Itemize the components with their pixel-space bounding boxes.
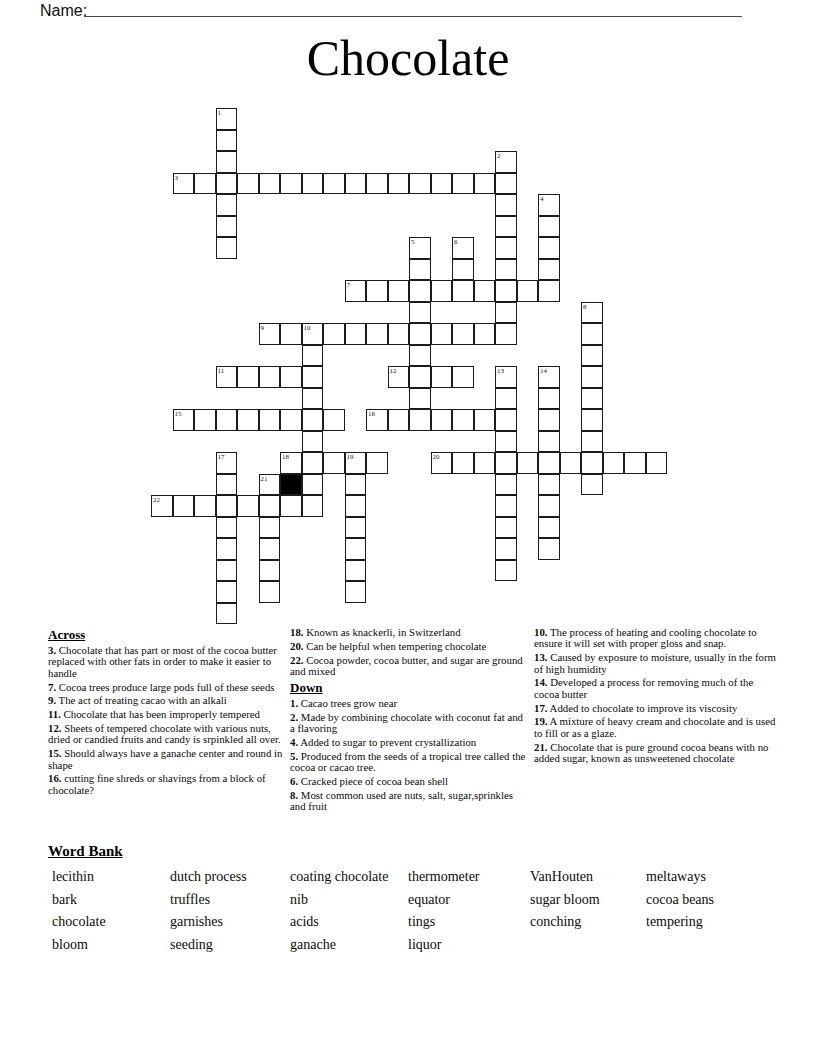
- clue-number-label: 14.: [534, 676, 548, 688]
- grid-cell[interactable]: [409, 259, 431, 281]
- grid-cell[interactable]: [345, 538, 367, 560]
- word-bank-item: tings: [408, 914, 530, 930]
- clue-number: 9: [261, 324, 265, 332]
- grid-cell[interactable]: [194, 495, 216, 517]
- clue: 14. Developed a process for removing muc…: [534, 677, 779, 700]
- clue-number-label: 12.: [48, 722, 62, 734]
- clue: 4. Added to sugar to prevent crystalliza…: [290, 737, 530, 748]
- grid-cell[interactable]: [495, 560, 517, 582]
- grid-cell[interactable]: [538, 452, 560, 474]
- word-bank-item: meltaways: [646, 869, 792, 885]
- clue-number: 12: [390, 367, 397, 375]
- grid-cell[interactable]: 9: [259, 323, 281, 345]
- clue: 22. Cocoa powder, cocoa butter, and suga…: [290, 655, 530, 678]
- word-bank-item: cocoa beans: [646, 892, 792, 908]
- word-bank-item: dutch process: [170, 869, 290, 885]
- clue-number-label: 21.: [534, 741, 548, 753]
- grid-cell[interactable]: [345, 323, 367, 345]
- grid-cell[interactable]: [474, 173, 496, 195]
- grid-cell[interactable]: [345, 581, 367, 603]
- clue-number-label: 10.: [534, 626, 548, 638]
- grid-cell[interactable]: 10: [302, 323, 324, 345]
- grid-cell[interactable]: [345, 495, 367, 517]
- grid-cell[interactable]: [452, 280, 474, 302]
- clue: 8. Most common used are nuts, salt, suga…: [290, 790, 530, 813]
- grid-cell[interactable]: [366, 323, 388, 345]
- grid-cell[interactable]: [302, 345, 324, 367]
- word-bank-item: lecithin: [52, 869, 170, 885]
- word-bank-item: seeding: [170, 937, 290, 953]
- grid-cell[interactable]: [259, 581, 281, 603]
- grid-cell[interactable]: [216, 603, 238, 625]
- grid-cell[interactable]: [388, 280, 410, 302]
- grid-cell[interactable]: [302, 173, 324, 195]
- grid-cell[interactable]: [259, 173, 281, 195]
- grid-cell[interactable]: [581, 323, 603, 345]
- grid-cell[interactable]: [409, 280, 431, 302]
- clue-number-label: 13.: [534, 651, 548, 663]
- clue-number-label: 3.: [48, 644, 56, 656]
- grid-cell[interactable]: [237, 409, 259, 431]
- grid-cell[interactable]: [216, 237, 238, 259]
- grid-cell[interactable]: [538, 216, 560, 238]
- grid-cell[interactable]: [216, 517, 238, 539]
- grid-cell[interactable]: [237, 495, 259, 517]
- grid-cell[interactable]: [495, 302, 517, 324]
- grid-cell[interactable]: 18: [280, 452, 302, 474]
- grid-cell[interactable]: [302, 474, 324, 496]
- clue-number: 16: [368, 410, 375, 418]
- grid-cell[interactable]: [474, 409, 496, 431]
- grid-cell[interactable]: [302, 409, 324, 431]
- clue: 7. Cocoa trees produce large pods full o…: [48, 682, 285, 693]
- grid-cell[interactable]: [452, 173, 474, 195]
- grid-cell[interactable]: 19: [345, 452, 367, 474]
- grid-cell[interactable]: [388, 323, 410, 345]
- clue: 21. Chocolate that is pure ground cocoa …: [534, 742, 779, 765]
- grid-cell[interactable]: [452, 259, 474, 281]
- word-bank-item: conching: [530, 914, 646, 930]
- grid-cell[interactable]: [581, 388, 603, 410]
- clue-number-label: 2.: [290, 711, 298, 723]
- puzzle-title: Chocolate: [0, 31, 816, 85]
- grid-cell[interactable]: [345, 560, 367, 582]
- grid-cell[interactable]: [388, 409, 410, 431]
- word-bank-header: Word Bank: [48, 843, 123, 860]
- grid-cell[interactable]: [538, 474, 560, 496]
- grid-cell[interactable]: [495, 280, 517, 302]
- word-bank: lecithindutch processcoating chocolateth…: [52, 869, 792, 960]
- clue: 11. Chocolate that has been improperly t…: [48, 709, 285, 720]
- word-bank-item: garnishes: [170, 914, 290, 930]
- clue-number-label: 17.: [534, 702, 548, 714]
- word-bank-item: coating chocolate: [290, 869, 408, 885]
- clue-number-label: 22.: [290, 654, 304, 666]
- grid-cell[interactable]: [495, 538, 517, 560]
- grid-cell[interactable]: [452, 409, 474, 431]
- clue-number-label: 4.: [290, 736, 298, 748]
- grid-cell[interactable]: [538, 517, 560, 539]
- clue-number-label: 5.: [290, 750, 298, 762]
- grid-cell[interactable]: [216, 130, 238, 152]
- grid-cell[interactable]: [216, 151, 238, 173]
- grid-cell[interactable]: [345, 474, 367, 496]
- clue-number: 19: [347, 453, 354, 461]
- grid-cell[interactable]: [495, 194, 517, 216]
- clue-number-label: 16.: [48, 772, 62, 784]
- word-bank-item: chocolate: [52, 914, 170, 930]
- clue-number: 2: [497, 152, 501, 160]
- grid-cell[interactable]: [280, 323, 302, 345]
- grid-cell[interactable]: [603, 452, 625, 474]
- clue-number-label: 7.: [48, 681, 56, 693]
- grid-cell[interactable]: [431, 366, 453, 388]
- grid-cell[interactable]: [624, 452, 646, 474]
- clue-column-down: 10. The process of heating and cooling c…: [534, 627, 779, 767]
- grid-cell[interactable]: [259, 409, 281, 431]
- grid-cell[interactable]: [474, 323, 496, 345]
- word-bank-item: truffles: [170, 892, 290, 908]
- grid-cell[interactable]: [388, 173, 410, 195]
- clue: 16. cutting fine shreds or shavings from…: [48, 773, 285, 796]
- clue: 17. Added to chocolate to improve its vi…: [534, 703, 779, 714]
- word-bank-item: sugar bloom: [530, 892, 646, 908]
- clue-number: 8: [583, 303, 587, 311]
- clue-list-header: Across: [48, 627, 285, 642]
- grid-cell[interactable]: [495, 474, 517, 496]
- grid-cell[interactable]: [345, 517, 367, 539]
- name-blank-line[interactable]: [84, 0, 742, 17]
- grid-cell[interactable]: 13: [495, 366, 517, 388]
- clue-number: 22: [153, 496, 160, 504]
- grid-cell[interactable]: [259, 560, 281, 582]
- clue: 2. Made by combining chocolate with coco…: [290, 712, 530, 735]
- grid-cell[interactable]: [259, 517, 281, 539]
- clue: 13. Caused by exposure to moisture, usua…: [534, 652, 779, 675]
- clue: 10. The process of heating and cooling c…: [534, 627, 779, 650]
- clue-number: 4: [540, 195, 544, 203]
- grid-cell[interactable]: [409, 173, 431, 195]
- grid-cell[interactable]: 15: [173, 409, 195, 431]
- grid-cell[interactable]: [517, 452, 539, 474]
- grid-cell[interactable]: [581, 431, 603, 453]
- grid-cell[interactable]: [302, 366, 324, 388]
- word-bank-item: nib: [290, 892, 408, 908]
- grid-cell[interactable]: [474, 452, 496, 474]
- grid-cell[interactable]: [538, 237, 560, 259]
- grid-cell[interactable]: [495, 495, 517, 517]
- grid-cell[interactable]: 1: [216, 108, 238, 130]
- worksheet-page: Name: Chocolate 123456789101112131415161…: [0, 0, 816, 1056]
- grid-cell[interactable]: [538, 495, 560, 517]
- word-bank-item: bark: [52, 892, 170, 908]
- clue-number: 20: [433, 453, 440, 461]
- grid-cell[interactable]: [538, 409, 560, 431]
- grid-cell[interactable]: [495, 517, 517, 539]
- clue-number: 18: [282, 453, 289, 461]
- grid-cell[interactable]: [517, 280, 539, 302]
- grid-cell[interactable]: [345, 173, 367, 195]
- grid-cell[interactable]: 6: [452, 237, 474, 259]
- grid-cell[interactable]: [409, 366, 431, 388]
- word-bank-item: VanHouten: [530, 869, 646, 885]
- word-bank-item: ganache: [290, 937, 408, 953]
- word-bank-item: acids: [290, 914, 408, 930]
- grid-cell[interactable]: [495, 237, 517, 259]
- grid-cell[interactable]: [409, 345, 431, 367]
- grid-cell[interactable]: [409, 302, 431, 324]
- grid-cell[interactable]: [452, 452, 474, 474]
- clue-number: 13: [497, 367, 504, 375]
- clue: 15. Should always have a ganache center …: [48, 748, 285, 771]
- grid-cell[interactable]: [216, 409, 238, 431]
- word-bank-item: equator: [408, 892, 530, 908]
- clue-number: 6: [454, 238, 458, 246]
- grid-cell[interactable]: 11: [216, 366, 238, 388]
- clue: 1. Cacao trees grow near: [290, 698, 530, 709]
- grid-cell[interactable]: 8: [581, 302, 603, 324]
- grid-cell[interactable]: [302, 495, 324, 517]
- grid-cell[interactable]: 17: [216, 452, 238, 474]
- grid-cell[interactable]: [560, 452, 582, 474]
- clue-number: 3: [175, 174, 179, 182]
- grid-cell[interactable]: [366, 173, 388, 195]
- word-bank-item: liquor: [408, 937, 530, 953]
- grid-cell[interactable]: [581, 366, 603, 388]
- word-bank-item: bloom: [52, 937, 170, 953]
- grid-cell[interactable]: 12: [388, 366, 410, 388]
- grid-cell[interactable]: [216, 474, 238, 496]
- clue-number: 1: [218, 109, 222, 117]
- grid-cell[interactable]: [280, 495, 302, 517]
- clue: 3. Chocolate that has part or most of th…: [48, 645, 285, 679]
- grid-cell[interactable]: [538, 538, 560, 560]
- clue: 6. Cracked piece of cocoa bean shell: [290, 776, 530, 787]
- clue-number: 11: [218, 367, 225, 375]
- grid-cell[interactable]: [259, 366, 281, 388]
- grid-cell[interactable]: [194, 409, 216, 431]
- clue-number-label: 11.: [48, 708, 61, 720]
- grid-cell[interactable]: [538, 431, 560, 453]
- grid-cell[interactable]: [581, 452, 603, 474]
- clue: 12. Sheets of tempered chocolate with va…: [48, 723, 285, 746]
- grid-cell[interactable]: [581, 409, 603, 431]
- grid-cell[interactable]: [237, 173, 259, 195]
- grid-cell[interactable]: [474, 280, 496, 302]
- grid-cell[interactable]: [431, 323, 453, 345]
- grid-cell[interactable]: 21: [259, 474, 281, 496]
- clue-column-middle: 18. Known as knackerli, in Switzerland20…: [290, 627, 530, 815]
- grid-cell[interactable]: [495, 431, 517, 453]
- clue-number: 10: [304, 324, 311, 332]
- clue: 9. The act of treating cacao with an alk…: [48, 695, 285, 706]
- grid-cell[interactable]: [216, 216, 238, 238]
- grid-cell[interactable]: 4: [538, 194, 560, 216]
- grid-cell[interactable]: [302, 452, 324, 474]
- grid-cell[interactable]: [323, 409, 345, 431]
- grid-cell[interactable]: [495, 388, 517, 410]
- clue-number-label: 19.: [534, 715, 548, 727]
- clue-number-label: 1.: [290, 697, 298, 709]
- grid-cell[interactable]: [216, 560, 238, 582]
- clue-number-label: 9.: [48, 694, 56, 706]
- grid-cell[interactable]: [495, 259, 517, 281]
- grid-cell[interactable]: [280, 366, 302, 388]
- word-bank-item: tempering: [646, 914, 792, 930]
- grid-cell[interactable]: [538, 259, 560, 281]
- clue-number-label: 18.: [290, 626, 304, 638]
- grid-cell[interactable]: [431, 409, 453, 431]
- grid-cell[interactable]: [280, 173, 302, 195]
- clue-number-label: 20.: [290, 640, 304, 652]
- clue: 18. Known as knackerli, in Switzerland: [290, 627, 530, 638]
- grid-cell[interactable]: [259, 495, 281, 517]
- grid-cell[interactable]: [302, 388, 324, 410]
- grid-cell[interactable]: [538, 388, 560, 410]
- grid-cell[interactable]: [302, 431, 324, 453]
- grid-cell[interactable]: [366, 280, 388, 302]
- grid-cell[interactable]: [280, 409, 302, 431]
- grid-cell[interactable]: [431, 280, 453, 302]
- word-bank-item: thermometer: [408, 869, 530, 885]
- grid-cell[interactable]: [216, 495, 238, 517]
- grid-cell[interactable]: 3: [173, 173, 195, 195]
- grid-cell[interactable]: [237, 366, 259, 388]
- grid-cell[interactable]: [259, 538, 281, 560]
- grid-cell[interactable]: [581, 474, 603, 496]
- crossword-grid: 12345678910111213141516171819202122: [151, 108, 668, 625]
- grid-cell[interactable]: [194, 173, 216, 195]
- clue: 20. Can be helpful when tempering chocol…: [290, 641, 530, 652]
- grid-cell[interactable]: [216, 194, 238, 216]
- clue-number: 17: [218, 453, 225, 461]
- grid-cell[interactable]: [409, 409, 431, 431]
- clue-number-label: 6.: [290, 775, 298, 787]
- blocked-cell: [280, 474, 302, 496]
- grid-cell[interactable]: [495, 452, 517, 474]
- clue: 19. A mixture of heavy cream and chocola…: [534, 716, 779, 739]
- grid-cell[interactable]: [173, 495, 195, 517]
- grid-cell[interactable]: [452, 323, 474, 345]
- grid-cell[interactable]: [495, 216, 517, 238]
- grid-cell[interactable]: [431, 173, 453, 195]
- grid-cell[interactable]: [216, 173, 238, 195]
- clue-number: 15: [175, 410, 182, 418]
- grid-cell[interactable]: 7: [345, 280, 367, 302]
- grid-cell[interactable]: [495, 409, 517, 431]
- clue-list-header: Down: [290, 680, 530, 695]
- clue-number: 14: [540, 367, 547, 375]
- clue-number: 5: [411, 238, 415, 246]
- grid-cell[interactable]: [323, 323, 345, 345]
- grid-cell[interactable]: [323, 452, 345, 474]
- name-label: Name:: [40, 2, 87, 20]
- grid-cell[interactable]: [495, 323, 517, 345]
- clue-number-label: 15.: [48, 747, 62, 759]
- grid-cell[interactable]: 2: [495, 151, 517, 173]
- grid-cell[interactable]: [366, 452, 388, 474]
- grid-cell[interactable]: [216, 538, 238, 560]
- grid-cell[interactable]: 14: [538, 366, 560, 388]
- grid-cell[interactable]: [646, 452, 668, 474]
- grid-cell[interactable]: [409, 323, 431, 345]
- grid-cell[interactable]: [409, 388, 431, 410]
- clue-number: 21: [261, 475, 268, 483]
- clue: 5. Produced from the seeds of a tropical…: [290, 751, 530, 774]
- grid-cell[interactable]: [452, 366, 474, 388]
- grid-cell[interactable]: [538, 280, 560, 302]
- grid-cell[interactable]: [495, 173, 517, 195]
- clue-number: 7: [347, 281, 351, 289]
- grid-cell[interactable]: 22: [151, 495, 173, 517]
- clue-number-label: 8.: [290, 789, 298, 801]
- grid-cell[interactable]: [216, 581, 238, 603]
- grid-cell[interactable]: 5: [409, 237, 431, 259]
- grid-cell[interactable]: [323, 173, 345, 195]
- clue-column-across: Across3. Chocolate that has part or most…: [48, 627, 285, 799]
- grid-cell[interactable]: 20: [431, 452, 453, 474]
- grid-cell[interactable]: [581, 345, 603, 367]
- grid-cell[interactable]: 16: [366, 409, 388, 431]
